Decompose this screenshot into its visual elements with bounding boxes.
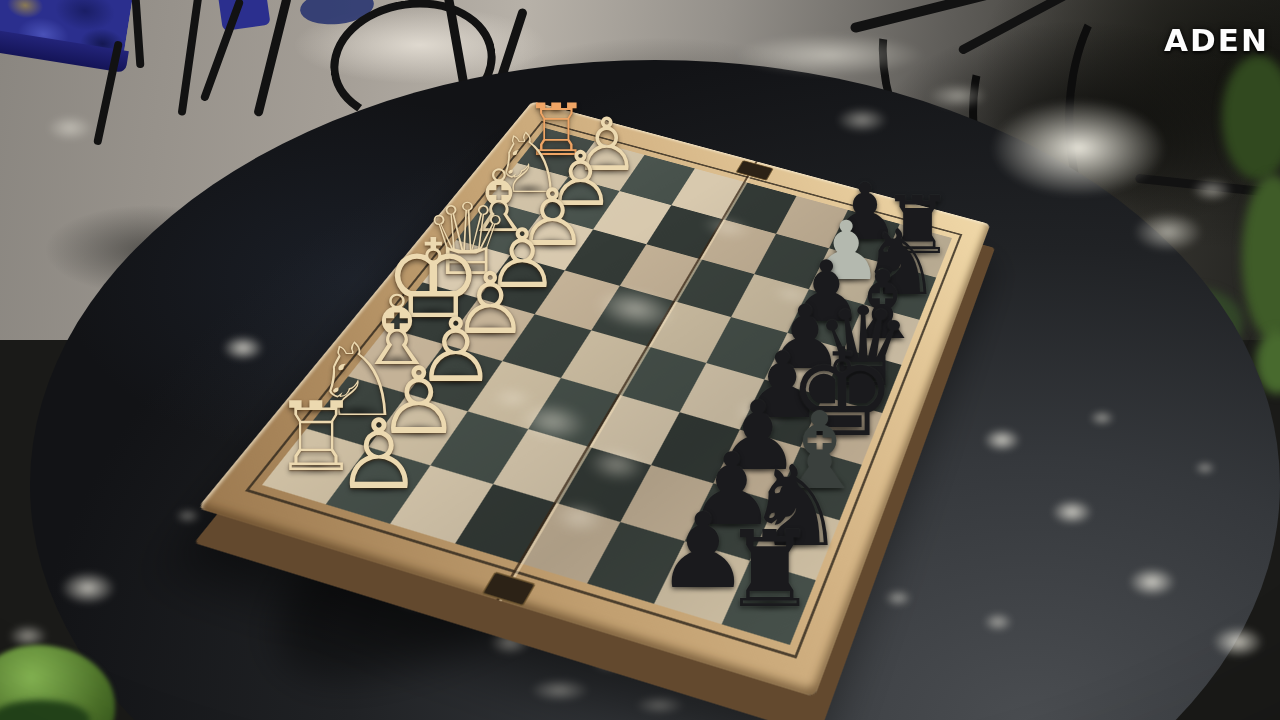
- video-frame: ♖♙♘♙♗♟♙♜♕♟♙♞♔♟♙♝♗♟♙♛♘♟♙♚♟♖♝♙♟♞♟♜ ADEN: [0, 0, 1280, 720]
- channel-logo: ADEN: [1164, 22, 1269, 58]
